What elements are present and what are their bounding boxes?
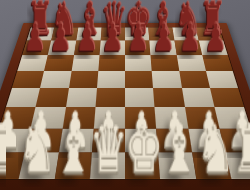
piece-black-pawn[interactable]: ♟ (48, 18, 74, 56)
game-background: ♜♞♝♛♚♝♞♜♟♟♟♟♟♟♟♟♟♟♟♟♟♟♟♟♜♞♝♛♚♝♞♜ (0, 0, 250, 190)
piece-black-pawn[interactable]: ♟ (176, 18, 202, 56)
square-e1[interactable]: ♚ (125, 152, 160, 179)
square-f7[interactable]: ♟ (150, 41, 177, 55)
square-d7[interactable]: ♟ (99, 41, 125, 55)
piece-white-bishop[interactable]: ♝ (54, 115, 90, 181)
square-c5[interactable] (69, 71, 99, 88)
piece-black-pawn[interactable]: ♟ (151, 18, 177, 56)
square-f6[interactable] (151, 55, 179, 71)
piece-black-pawn[interactable]: ♟ (202, 18, 228, 56)
square-c6[interactable] (71, 55, 99, 71)
square-e7[interactable]: ♟ (125, 41, 151, 55)
piece-black-pawn[interactable]: ♟ (74, 18, 100, 56)
square-e5[interactable] (125, 71, 153, 88)
square-g1[interactable]: ♞ (192, 152, 232, 179)
square-c1[interactable]: ♝ (54, 152, 91, 179)
piece-black-pawn[interactable]: ♟ (125, 18, 151, 56)
piece-white-knight[interactable]: ♞ (18, 115, 54, 181)
square-e6[interactable] (125, 55, 152, 71)
square-a6[interactable] (17, 55, 48, 71)
chess-board: ♜♞♝♛♚♝♞♜♟♟♟♟♟♟♟♟♟♟♟♟♟♟♟♟♜♞♝♛♚♝♞♜ (0, 27, 250, 180)
square-d1[interactable]: ♛ (90, 152, 125, 179)
square-c7[interactable]: ♟ (74, 41, 101, 55)
piece-black-pawn[interactable]: ♟ (22, 18, 48, 56)
square-h5[interactable] (206, 71, 238, 88)
piece-white-king[interactable]: ♚ (125, 115, 161, 181)
square-d6[interactable] (98, 55, 125, 71)
square-g6[interactable] (176, 55, 205, 71)
square-b6[interactable] (44, 55, 73, 71)
piece-white-rook[interactable]: ♜ (0, 115, 18, 181)
piece-black-pawn[interactable]: ♟ (99, 18, 125, 56)
square-b7[interactable]: ♟ (48, 41, 76, 55)
square-h6[interactable] (202, 55, 233, 71)
piece-white-knight[interactable]: ♞ (196, 115, 232, 181)
piece-white-queen[interactable]: ♛ (89, 115, 125, 181)
square-g5[interactable] (179, 71, 210, 88)
square-g7[interactable]: ♟ (174, 41, 202, 55)
square-h7[interactable]: ♟ (199, 41, 228, 55)
square-b5[interactable] (40, 71, 71, 88)
piece-white-rook[interactable]: ♜ (232, 115, 250, 181)
square-f1[interactable]: ♝ (158, 152, 195, 179)
square-b1[interactable]: ♞ (19, 152, 59, 179)
square-a5[interactable] (12, 71, 44, 88)
piece-white-bishop[interactable]: ♝ (161, 115, 197, 181)
square-f5[interactable] (152, 71, 182, 88)
square-d5[interactable] (97, 71, 125, 88)
chess-board-frame: ♜♞♝♛♚♝♞♜♟♟♟♟♟♟♟♟♟♟♟♟♟♟♟♟♜♞♝♛♚♝♞♜ (0, 23, 250, 190)
